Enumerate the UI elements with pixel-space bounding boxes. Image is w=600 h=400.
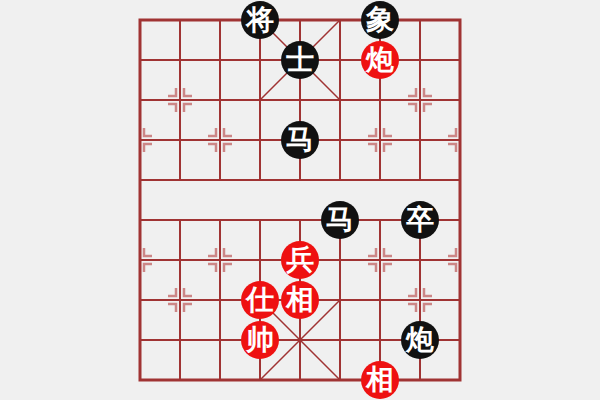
piece-red-elephant[interactable]: 相 (281, 281, 319, 319)
xiangqi-board-area: 将象士炮马马卒兵仕相帅炮相 (0, 0, 600, 400)
piece-red-advisor[interactable]: 仕 (241, 281, 279, 319)
piece-black-horse[interactable]: 马 (281, 121, 319, 159)
piece-black-horse[interactable]: 马 (321, 201, 359, 239)
piece-red-general[interactable]: 帅 (241, 321, 279, 359)
piece-red-cannon[interactable]: 炮 (361, 41, 399, 79)
piece-red-soldier[interactable]: 兵 (281, 241, 319, 279)
piece-black-cannon[interactable]: 炮 (401, 321, 439, 359)
piece-red-elephant[interactable]: 相 (361, 361, 399, 399)
piece-black-soldier[interactable]: 卒 (401, 201, 439, 239)
piece-black-general[interactable]: 将 (241, 1, 279, 39)
xiangqi-board: 将象士炮马马卒兵仕相帅炮相 (120, 0, 480, 400)
piece-black-advisor[interactable]: 士 (281, 41, 319, 79)
piece-black-elephant[interactable]: 象 (361, 1, 399, 39)
